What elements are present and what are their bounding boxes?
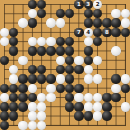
- white-stone: [46, 37, 55, 46]
- white-stone: [46, 84, 55, 93]
- black-stone: [65, 74, 74, 83]
- black-stone: [84, 111, 93, 120]
- white-stone: [93, 102, 102, 111]
- black-stone: [18, 102, 27, 111]
- black-stone: 3: [84, 0, 93, 9]
- white-stone: [121, 18, 130, 27]
- white-stone: [84, 102, 93, 111]
- black-stone: [84, 18, 93, 27]
- white-stone: [28, 121, 37, 130]
- white-stone: [111, 84, 120, 93]
- black-stone: [121, 28, 130, 37]
- white-stone: [121, 102, 130, 111]
- white-stone: [28, 102, 37, 111]
- white-stone: [46, 93, 55, 102]
- white-stone: [37, 121, 46, 130]
- black-stone: [111, 28, 120, 37]
- black-stone: [111, 74, 120, 83]
- black-stone: [37, 46, 46, 55]
- black-stone: [18, 84, 27, 93]
- move-number: 7: [77, 29, 81, 35]
- white-stone: [111, 46, 120, 55]
- black-stone: [121, 84, 130, 93]
- black-stone: [65, 102, 74, 111]
- black-stone: [56, 84, 65, 93]
- black-stone: [28, 74, 37, 83]
- black-stone: [18, 93, 27, 102]
- black-stone: [28, 46, 37, 55]
- white-stone: [46, 18, 55, 27]
- white-stone: [121, 74, 130, 83]
- black-stone: [74, 102, 83, 111]
- white-stone: [18, 18, 27, 27]
- black-stone: [0, 102, 9, 111]
- move-number: 1: [77, 2, 81, 8]
- black-stone: [102, 18, 111, 27]
- white-stone: [28, 111, 37, 120]
- black-stone: [0, 111, 9, 120]
- black-stone: [93, 18, 102, 27]
- white-stone: [56, 18, 65, 27]
- black-stone: [74, 111, 83, 120]
- go-board[interactable]: 132748: [0, 0, 130, 130]
- white-stone: [74, 93, 83, 102]
- white-stone: [18, 121, 27, 130]
- white-stone: [121, 9, 130, 18]
- white-stone: [37, 102, 46, 111]
- white-stone: [84, 74, 93, 83]
- black-stone: [0, 84, 9, 93]
- move-number: 8: [105, 29, 109, 35]
- black-stone: [46, 46, 55, 55]
- white-stone: [9, 74, 18, 83]
- move-number: 2: [96, 2, 100, 8]
- white-stone: [74, 56, 83, 65]
- white-stone: 4: [84, 28, 93, 37]
- black-stone: [56, 46, 65, 55]
- white-stone: [28, 84, 37, 93]
- move-number: 3: [86, 2, 90, 8]
- black-stone: [74, 65, 83, 74]
- black-stone: [84, 46, 93, 55]
- move-number: 4: [86, 29, 90, 35]
- white-stone: [56, 74, 65, 83]
- black-stone: [37, 74, 46, 83]
- black-stone: [102, 111, 111, 120]
- black-stone: [0, 121, 9, 130]
- black-stone: [111, 18, 120, 27]
- black-stone: 7: [74, 28, 83, 37]
- black-stone: [18, 74, 27, 83]
- white-stone: [18, 56, 27, 65]
- black-stone: [46, 74, 55, 83]
- black-stone: [84, 56, 93, 65]
- white-stone: [93, 111, 102, 120]
- black-stone: [28, 18, 37, 27]
- black-stone: [74, 84, 83, 93]
- black-stone: [111, 93, 120, 102]
- black-stone: 8: [102, 28, 111, 37]
- white-stone: [93, 74, 102, 83]
- go-app-window: 132748: [0, 0, 130, 130]
- black-stone: [102, 102, 111, 111]
- black-stone: 1: [74, 0, 83, 9]
- black-stone: [9, 102, 18, 111]
- black-stone: [102, 93, 111, 102]
- white-stone: [56, 56, 65, 65]
- black-stone: [65, 46, 74, 55]
